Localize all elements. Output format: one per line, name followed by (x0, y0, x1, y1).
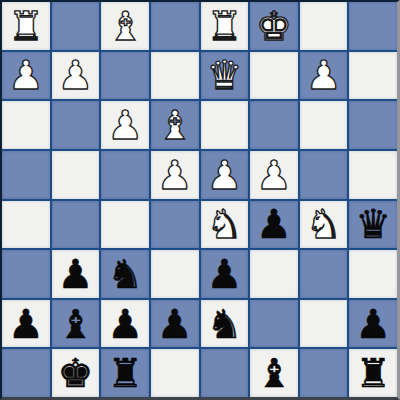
white-bishop-icon: ♝ (157, 105, 193, 145)
black-pawn-icon: ♟ (107, 304, 143, 344)
square-d8[interactable] (201, 349, 249, 397)
square-b3[interactable] (300, 101, 348, 149)
white-pawn-icon: ♟ (206, 155, 242, 195)
square-d5[interactable]: ♞ (201, 201, 249, 249)
square-e3[interactable]: ♝ (151, 101, 199, 149)
square-h5[interactable] (2, 201, 50, 249)
square-e5[interactable] (151, 201, 199, 249)
square-b8[interactable] (300, 349, 348, 397)
square-b1[interactable] (300, 2, 348, 50)
square-e8[interactable] (151, 349, 199, 397)
black-pawn-icon: ♟ (58, 254, 94, 294)
square-a5[interactable]: ♛ (349, 201, 397, 249)
square-h6[interactable] (2, 250, 50, 298)
square-e7[interactable]: ♟ (151, 300, 199, 348)
black-rook-icon: ♜ (107, 353, 143, 393)
square-e6[interactable] (151, 250, 199, 298)
black-bishop-icon: ♝ (256, 353, 292, 393)
square-a7[interactable]: ♟ (349, 300, 397, 348)
chess-board: ♜♝♜♚♟♟♛♟♟♝♟♟♟♞♟♞♛♟♞♟♟♝♟♟♞♟♚♜♝♜ (2, 2, 397, 397)
square-c8[interactable]: ♝ (250, 349, 298, 397)
square-h2[interactable]: ♟ (2, 52, 50, 100)
black-pawn-icon: ♟ (256, 204, 292, 244)
square-c7[interactable] (250, 300, 298, 348)
white-pawn-icon: ♟ (58, 55, 94, 95)
square-d2[interactable]: ♛ (201, 52, 249, 100)
square-c2[interactable] (250, 52, 298, 100)
black-knight-icon: ♞ (107, 254, 143, 294)
square-a1[interactable] (349, 2, 397, 50)
square-c1[interactable]: ♚ (250, 2, 298, 50)
square-c5[interactable]: ♟ (250, 201, 298, 249)
square-g4[interactable] (52, 151, 100, 199)
white-knight-icon: ♞ (306, 204, 342, 244)
square-e1[interactable] (151, 2, 199, 50)
chess-diagram-frame: ♜♝♜♚♟♟♛♟♟♝♟♟♟♞♟♞♛♟♞♟♟♝♟♟♞♟♚♜♝♜ (0, 0, 400, 400)
square-d7[interactable]: ♞ (201, 300, 249, 348)
white-king-icon: ♚ (256, 6, 292, 46)
black-queen-icon: ♛ (355, 204, 391, 244)
square-h7[interactable]: ♟ (2, 300, 50, 348)
square-g5[interactable] (52, 201, 100, 249)
black-rook-icon: ♜ (355, 353, 391, 393)
white-queen-icon: ♛ (206, 55, 242, 95)
square-f3[interactable]: ♟ (101, 101, 149, 149)
square-f6[interactable]: ♞ (101, 250, 149, 298)
white-pawn-icon: ♟ (157, 155, 193, 195)
square-a4[interactable] (349, 151, 397, 199)
square-b5[interactable]: ♞ (300, 201, 348, 249)
white-pawn-icon: ♟ (306, 55, 342, 95)
white-knight-icon: ♞ (206, 204, 242, 244)
square-h8[interactable] (2, 349, 50, 397)
white-pawn-icon: ♟ (8, 55, 44, 95)
square-e2[interactable] (151, 52, 199, 100)
black-knight-icon: ♞ (206, 304, 242, 344)
white-pawn-icon: ♟ (256, 155, 292, 195)
black-pawn-icon: ♟ (355, 304, 391, 344)
square-a8[interactable]: ♜ (349, 349, 397, 397)
square-b4[interactable] (300, 151, 348, 199)
white-rook-icon: ♜ (8, 6, 44, 46)
square-d6[interactable]: ♟ (201, 250, 249, 298)
square-f4[interactable] (101, 151, 149, 199)
square-c6[interactable] (250, 250, 298, 298)
square-c3[interactable] (250, 101, 298, 149)
square-d3[interactable] (201, 101, 249, 149)
square-f1[interactable]: ♝ (101, 2, 149, 50)
square-a2[interactable] (349, 52, 397, 100)
square-b2[interactable]: ♟ (300, 52, 348, 100)
square-h3[interactable] (2, 101, 50, 149)
square-g7[interactable]: ♝ (52, 300, 100, 348)
square-a3[interactable] (349, 101, 397, 149)
square-g2[interactable]: ♟ (52, 52, 100, 100)
white-rook-icon: ♜ (206, 6, 242, 46)
square-h1[interactable]: ♜ (2, 2, 50, 50)
square-d1[interactable]: ♜ (201, 2, 249, 50)
black-pawn-icon: ♟ (206, 254, 242, 294)
square-b7[interactable] (300, 300, 348, 348)
square-f5[interactable] (101, 201, 149, 249)
square-f2[interactable] (101, 52, 149, 100)
square-b6[interactable] (300, 250, 348, 298)
square-g1[interactable] (52, 2, 100, 50)
square-g8[interactable]: ♚ (52, 349, 100, 397)
square-a6[interactable] (349, 250, 397, 298)
white-pawn-icon: ♟ (107, 105, 143, 145)
square-g6[interactable]: ♟ (52, 250, 100, 298)
square-c4[interactable]: ♟ (250, 151, 298, 199)
square-d4[interactable]: ♟ (201, 151, 249, 199)
square-g3[interactable] (52, 101, 100, 149)
black-pawn-icon: ♟ (157, 304, 193, 344)
square-f8[interactable]: ♜ (101, 349, 149, 397)
black-pawn-icon: ♟ (8, 304, 44, 344)
black-bishop-icon: ♝ (58, 304, 94, 344)
square-h4[interactable] (2, 151, 50, 199)
square-f7[interactable]: ♟ (101, 300, 149, 348)
white-bishop-icon: ♝ (107, 6, 143, 46)
black-king-icon: ♚ (58, 353, 94, 393)
square-e4[interactable]: ♟ (151, 151, 199, 199)
